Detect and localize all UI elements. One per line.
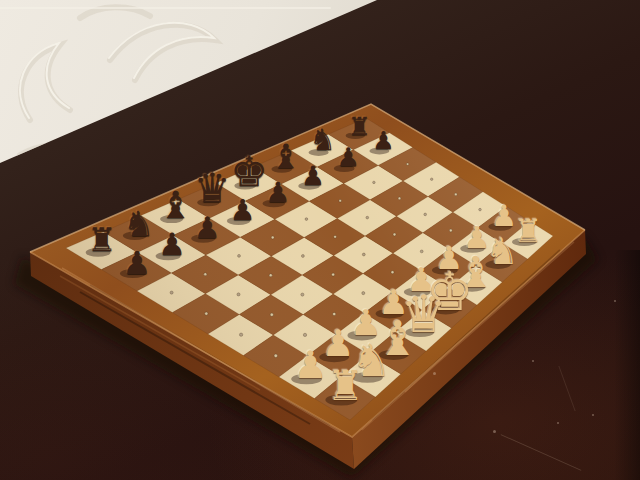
piece-black-pawn-a7[interactable]: ♟ <box>123 246 152 278</box>
dust-speck <box>493 430 496 433</box>
piece-black-bishop-c8[interactable]: ♝ <box>159 187 193 225</box>
piece-black-pawn-g7[interactable]: ♟ <box>337 146 360 172</box>
piece-black-king-e8[interactable]: ♚ <box>230 150 267 192</box>
piece-black-rook-a8[interactable]: ♜ <box>88 224 117 257</box>
piece-black-pawn-h7[interactable]: ♟ <box>372 129 394 154</box>
piece-white-pawn-a2[interactable]: ♟ <box>294 347 328 385</box>
chessboard-photo: ♜♟♞♟♝♚♟♛♟♝♟♟♞♟♜♟♜♟♞♟♟♝♟♚♟♛♟♝♟♞♟♜ <box>0 0 640 480</box>
piece-black-pawn-f7[interactable]: ♟ <box>301 163 325 190</box>
dust-speck <box>592 414 594 416</box>
dust-speck <box>433 372 436 375</box>
piece-white-rook-a1[interactable]: ♜ <box>327 365 364 407</box>
piece-black-pawn-e7[interactable]: ♟ <box>265 179 290 207</box>
dust-speck <box>532 360 534 362</box>
piece-black-knight-b8[interactable]: ♞ <box>123 206 154 241</box>
piece-black-rook-h8[interactable]: ♜ <box>348 113 371 138</box>
piece-black-bishop-f8[interactable]: ♝ <box>271 140 301 174</box>
piece-black-knight-g8[interactable]: ♞ <box>309 127 335 156</box>
piece-black-pawn-c7[interactable]: ♟ <box>194 213 221 243</box>
piece-black-queen-d8[interactable]: ♛ <box>194 168 230 209</box>
dust-speck <box>557 422 559 424</box>
piece-black-pawn-b7[interactable]: ♟ <box>158 229 186 260</box>
piece-black-pawn-d7[interactable]: ♟ <box>230 196 256 225</box>
dust-speck <box>614 300 616 302</box>
